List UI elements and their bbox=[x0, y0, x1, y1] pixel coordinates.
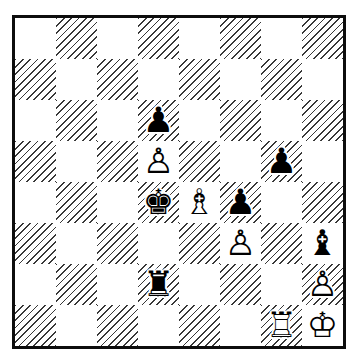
square-b7[interactable] bbox=[56, 59, 97, 100]
white-king-fill: ♚ bbox=[302, 305, 343, 346]
square-g7[interactable] bbox=[261, 59, 302, 100]
square-g2[interactable] bbox=[261, 264, 302, 305]
square-a6[interactable] bbox=[15, 100, 56, 141]
square-g6[interactable] bbox=[261, 100, 302, 141]
square-g8[interactable] bbox=[261, 18, 302, 59]
white-bishop-fill: ♝ bbox=[179, 182, 220, 223]
square-e3[interactable] bbox=[179, 223, 220, 264]
square-c7[interactable] bbox=[97, 59, 138, 100]
square-c8[interactable] bbox=[97, 18, 138, 59]
black-king-fill: ♚ bbox=[138, 182, 179, 223]
square-h6[interactable] bbox=[302, 100, 343, 141]
black-bishop-fill: ♝ bbox=[302, 223, 343, 264]
square-c6[interactable] bbox=[97, 100, 138, 141]
white-pawn-fill: ♟ bbox=[138, 141, 179, 182]
square-f1[interactable] bbox=[220, 305, 261, 346]
square-a4[interactable] bbox=[15, 182, 56, 223]
square-c2[interactable] bbox=[97, 264, 138, 305]
white-rook-fill: ♜ bbox=[261, 305, 302, 346]
square-f2[interactable] bbox=[220, 264, 261, 305]
white-pawn: ♙ bbox=[220, 223, 261, 264]
square-g1[interactable]: ♜♖ bbox=[261, 305, 302, 346]
square-a7[interactable] bbox=[15, 59, 56, 100]
square-b5[interactable] bbox=[56, 141, 97, 182]
white-pawn: ♙ bbox=[302, 264, 343, 305]
white-pawn-fill: ♟ bbox=[302, 264, 343, 305]
square-e4[interactable]: ♝♗ bbox=[179, 182, 220, 223]
square-f8[interactable] bbox=[220, 18, 261, 59]
black-king: ♚ bbox=[138, 182, 179, 223]
square-g3[interactable] bbox=[261, 223, 302, 264]
black-pawn: ♟ bbox=[138, 100, 179, 141]
square-b4[interactable] bbox=[56, 182, 97, 223]
square-h3[interactable]: ♝♝ bbox=[302, 223, 343, 264]
square-e6[interactable] bbox=[179, 100, 220, 141]
black-rook-fill: ♜ bbox=[138, 264, 179, 305]
square-g5[interactable]: ♟♟ bbox=[261, 141, 302, 182]
square-f7[interactable] bbox=[220, 59, 261, 100]
white-bishop: ♗ bbox=[179, 182, 220, 223]
black-rook: ♜ bbox=[138, 264, 179, 305]
square-d1[interactable] bbox=[138, 305, 179, 346]
square-c4[interactable] bbox=[97, 182, 138, 223]
square-c1[interactable] bbox=[97, 305, 138, 346]
chess-board: ♟♟♟♙♟♟♚♚♝♗♟♟♟♙♝♝♜♜♟♙♜♖♚♔ bbox=[12, 15, 346, 349]
square-a1[interactable] bbox=[15, 305, 56, 346]
square-d3[interactable] bbox=[138, 223, 179, 264]
square-d8[interactable] bbox=[138, 18, 179, 59]
square-h4[interactable] bbox=[302, 182, 343, 223]
square-e2[interactable] bbox=[179, 264, 220, 305]
square-b2[interactable] bbox=[56, 264, 97, 305]
black-pawn: ♟ bbox=[261, 141, 302, 182]
black-pawn-fill: ♟ bbox=[261, 141, 302, 182]
white-pawn-fill: ♟ bbox=[220, 223, 261, 264]
white-king: ♔ bbox=[302, 305, 343, 346]
square-f5[interactable] bbox=[220, 141, 261, 182]
square-h1[interactable]: ♚♔ bbox=[302, 305, 343, 346]
square-d6[interactable]: ♟♟ bbox=[138, 100, 179, 141]
square-d7[interactable] bbox=[138, 59, 179, 100]
square-f6[interactable] bbox=[220, 100, 261, 141]
square-d4[interactable]: ♚♚ bbox=[138, 182, 179, 223]
square-d2[interactable]: ♜♜ bbox=[138, 264, 179, 305]
square-b8[interactable] bbox=[56, 18, 97, 59]
square-h2[interactable]: ♟♙ bbox=[302, 264, 343, 305]
square-b6[interactable] bbox=[56, 100, 97, 141]
square-d5[interactable]: ♟♙ bbox=[138, 141, 179, 182]
square-g4[interactable] bbox=[261, 182, 302, 223]
square-f4[interactable]: ♟♟ bbox=[220, 182, 261, 223]
square-b3[interactable] bbox=[56, 223, 97, 264]
square-a5[interactable] bbox=[15, 141, 56, 182]
square-c5[interactable] bbox=[97, 141, 138, 182]
square-a3[interactable] bbox=[15, 223, 56, 264]
square-e7[interactable] bbox=[179, 59, 220, 100]
black-pawn-fill: ♟ bbox=[138, 100, 179, 141]
square-e8[interactable] bbox=[179, 18, 220, 59]
white-pawn: ♙ bbox=[138, 141, 179, 182]
square-h7[interactable] bbox=[302, 59, 343, 100]
black-pawn: ♟ bbox=[220, 182, 261, 223]
black-bishop: ♝ bbox=[302, 223, 343, 264]
square-c3[interactable] bbox=[97, 223, 138, 264]
square-f3[interactable]: ♟♙ bbox=[220, 223, 261, 264]
square-b1[interactable] bbox=[56, 305, 97, 346]
square-h8[interactable] bbox=[302, 18, 343, 59]
chess-diagram: ♟♟♟♙♟♟♚♚♝♗♟♟♟♙♝♝♜♜♟♙♜♖♚♔ bbox=[0, 0, 350, 350]
square-a2[interactable] bbox=[15, 264, 56, 305]
square-h5[interactable] bbox=[302, 141, 343, 182]
square-e5[interactable] bbox=[179, 141, 220, 182]
square-a8[interactable] bbox=[15, 18, 56, 59]
white-rook: ♖ bbox=[261, 305, 302, 346]
square-e1[interactable] bbox=[179, 305, 220, 346]
black-pawn-fill: ♟ bbox=[220, 182, 261, 223]
